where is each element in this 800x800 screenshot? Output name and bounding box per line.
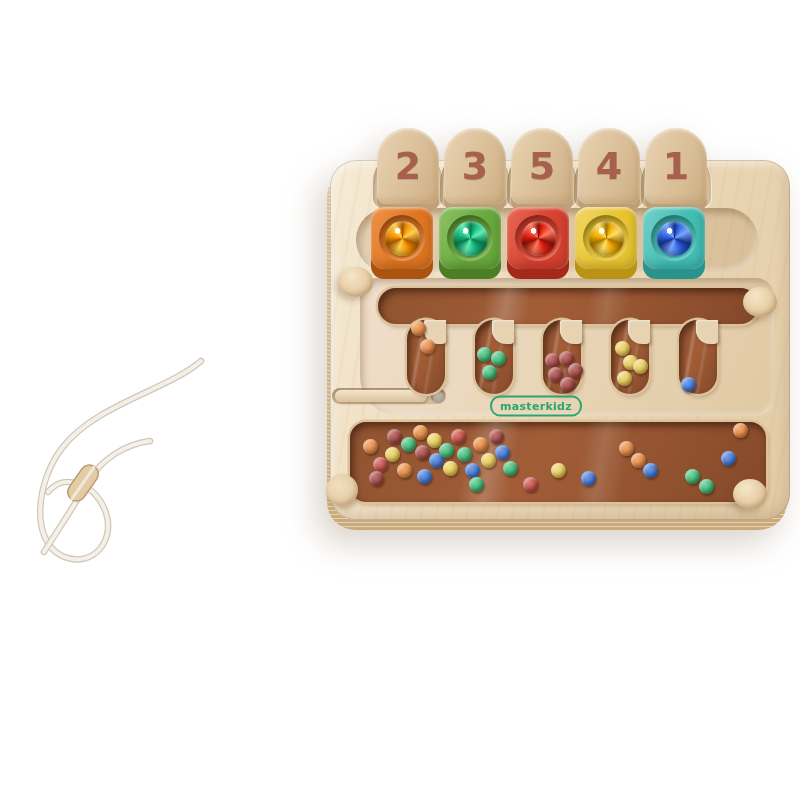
gem-recess xyxy=(651,215,697,261)
ball-maroon xyxy=(568,363,583,378)
tile-number: 2 xyxy=(395,147,421,185)
ball-blue xyxy=(681,377,696,392)
maze-top-channel xyxy=(378,288,758,324)
ball-red xyxy=(523,477,538,492)
ball-green xyxy=(457,447,472,462)
ball-maroon xyxy=(369,471,384,486)
gem-green xyxy=(453,221,488,256)
slider-orange[interactable] xyxy=(371,207,433,269)
ball-green xyxy=(482,365,497,380)
ball-red xyxy=(451,429,466,444)
ball-orange xyxy=(397,463,412,478)
ball-yellow xyxy=(443,461,458,476)
ball-green xyxy=(401,437,416,452)
gem-recess xyxy=(379,215,425,261)
tile-number: 1 xyxy=(663,147,689,185)
ball-green xyxy=(469,477,484,492)
slider-red[interactable] xyxy=(507,207,569,269)
ball-yellow xyxy=(481,453,496,468)
ball-orange xyxy=(420,339,435,354)
number-tile-4: 4 xyxy=(578,128,640,204)
string-anchor-disc xyxy=(326,474,358,506)
ball-green xyxy=(491,351,506,366)
ball-red xyxy=(373,457,388,472)
ball-blue xyxy=(643,463,658,478)
ball-orange xyxy=(619,441,634,456)
string-cord-outline xyxy=(40,361,201,559)
number-tile-1: 1 xyxy=(645,128,707,204)
number-tile-2: 2 xyxy=(377,128,439,204)
ball-orange xyxy=(631,453,646,468)
ball-yellow xyxy=(551,463,566,478)
board: masterkidz 23541 xyxy=(330,160,790,520)
number-tile-3: 3 xyxy=(444,128,506,204)
ball-yellow xyxy=(385,447,400,462)
ball-yellow xyxy=(617,371,632,386)
gem-recess xyxy=(447,215,493,261)
ball-green xyxy=(439,443,454,458)
wooden-bead xyxy=(64,461,102,504)
ball-maroon xyxy=(545,353,560,368)
string-cord[interactable] xyxy=(40,361,201,559)
gem-blue xyxy=(657,221,692,256)
tile-number: 4 xyxy=(596,147,622,185)
ball-yellow xyxy=(615,341,630,356)
ball-blue xyxy=(465,463,480,478)
gem-yellow xyxy=(589,221,624,256)
ball-blue xyxy=(721,451,736,466)
ball-blue xyxy=(495,445,510,460)
magnetic-stylus[interactable] xyxy=(335,390,427,402)
corner-knob xyxy=(339,267,373,297)
ball-maroon xyxy=(387,429,402,444)
scene: masterkidz 23541 xyxy=(0,0,800,800)
corner-knob xyxy=(733,479,767,509)
slider-yellow[interactable] xyxy=(575,207,637,269)
ball-green xyxy=(503,461,518,476)
gem-orange xyxy=(385,221,420,256)
ball-blue xyxy=(417,469,432,484)
ball-orange xyxy=(413,425,428,440)
ball-green xyxy=(477,347,492,362)
ball-orange xyxy=(411,321,426,336)
ball-orange xyxy=(473,437,488,452)
string-cord2[interactable] xyxy=(44,441,150,552)
ball-maroon xyxy=(560,377,575,392)
tile-number: 5 xyxy=(529,147,555,185)
ball-orange xyxy=(733,423,748,438)
ball-maroon xyxy=(489,429,504,444)
ball-blue xyxy=(581,471,596,486)
gem-red xyxy=(521,221,556,256)
ball-maroon xyxy=(415,445,430,460)
gem-recess xyxy=(515,215,561,261)
corner-knob xyxy=(743,287,777,317)
ball-green xyxy=(699,479,714,494)
slider-green[interactable] xyxy=(439,207,501,269)
ball-green xyxy=(685,469,700,484)
string-cord2-outline xyxy=(44,441,150,552)
brand-logo: masterkidz xyxy=(490,396,582,417)
ball-orange xyxy=(363,439,378,454)
ball-maroon xyxy=(548,367,563,382)
ball-yellow xyxy=(633,359,648,374)
number-tile-5: 5 xyxy=(511,128,573,204)
tile-number: 3 xyxy=(462,147,488,185)
ball-yellow xyxy=(427,433,442,448)
gem-recess xyxy=(583,215,629,261)
slider-teal[interactable] xyxy=(643,207,705,269)
